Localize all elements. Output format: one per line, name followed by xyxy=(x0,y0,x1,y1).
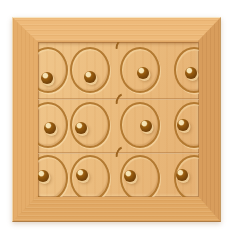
pit-r2c2 xyxy=(70,102,110,148)
wooden-ball xyxy=(41,72,53,84)
pit-r1c3 xyxy=(120,47,160,93)
pit-r3c4 xyxy=(174,155,199,197)
wooden-ball xyxy=(44,122,56,134)
wooden-ball xyxy=(185,67,197,79)
pit-ring xyxy=(38,47,68,93)
wooden-ball xyxy=(137,67,149,79)
pit-r1c1 xyxy=(38,47,68,93)
pit-r3c1 xyxy=(38,155,68,197)
pit-r1c2 xyxy=(70,47,110,93)
wooden-ball xyxy=(84,71,96,83)
board-panel xyxy=(38,42,199,197)
wooden-ball xyxy=(177,119,189,131)
pit-r2c4 xyxy=(174,102,199,148)
wooden-ball xyxy=(176,169,188,181)
wooden-ball xyxy=(75,122,87,134)
wooden-ball xyxy=(140,120,152,132)
pit-r2c1 xyxy=(38,102,68,148)
pit-r2c3 xyxy=(120,102,160,148)
wooden-ball xyxy=(124,170,136,182)
pit-grid xyxy=(38,42,199,197)
wooden-board xyxy=(12,17,221,222)
pit-r3c2 xyxy=(70,155,110,197)
pit-r1c4 xyxy=(174,47,199,93)
pit-r3c3 xyxy=(120,155,160,197)
pit-ring xyxy=(70,47,110,93)
wooden-ball xyxy=(76,169,88,181)
